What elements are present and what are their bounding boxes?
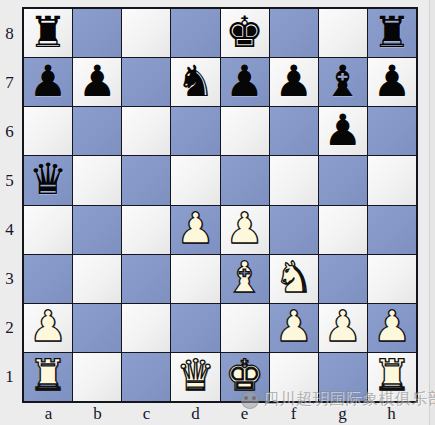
square-f6[interactable] [270,107,318,155]
white-knight-f3[interactable]: ♞ [274,256,313,299]
white-rook-h1[interactable]: ♜ [373,354,412,397]
square-b7[interactable]: ♟ [73,58,121,106]
square-h8[interactable]: ♜ [368,9,416,57]
square-e2[interactable] [221,304,269,352]
square-b3[interactable] [73,255,121,303]
black-rook-h8[interactable]: ♜ [373,11,412,54]
square-a7[interactable]: ♟ [24,58,72,106]
square-g3[interactable] [319,255,367,303]
square-f5[interactable] [270,156,318,204]
square-b8[interactable] [73,9,121,57]
black-pawn-f7[interactable]: ♟ [274,60,313,103]
square-g4[interactable] [319,206,367,254]
black-rook-a8[interactable]: ♜ [29,11,68,54]
rank-label-5: 5 [0,156,19,205]
white-pawn-f2[interactable]: ♟ [274,305,313,348]
square-e7[interactable]: ♟ [221,58,269,106]
square-f2[interactable]: ♟ [270,304,318,352]
square-h7[interactable]: ♟ [368,58,416,106]
square-h3[interactable] [368,255,416,303]
square-d2[interactable] [171,304,219,352]
square-a6[interactable] [24,107,72,155]
square-d3[interactable] [171,255,219,303]
square-e1[interactable]: ♚ [221,353,269,401]
white-queen-d1[interactable]: ♛ [176,354,215,397]
square-b6[interactable] [73,107,121,155]
square-b4[interactable] [73,206,121,254]
square-h6[interactable] [368,107,416,155]
square-d6[interactable] [171,107,219,155]
square-c4[interactable] [122,206,170,254]
black-pawn-h7[interactable]: ♟ [373,60,412,103]
square-a2[interactable]: ♟ [24,304,72,352]
square-a5[interactable]: ♛ [24,156,72,204]
rank-label-7: 7 [0,58,19,107]
chess-diagram: ♜♚♜♟♟♞♟♟♝♟♟♛♟♟♝♞♟♟♟♟♜♛♚♜ 87654321 abcdef… [0,0,435,425]
black-knight-d7[interactable]: ♞ [176,60,215,103]
square-g8[interactable] [319,9,367,57]
square-c1[interactable] [122,353,170,401]
square-f1[interactable] [270,353,318,401]
square-e6[interactable] [221,107,269,155]
file-label-e: e [220,404,269,423]
white-rook-a1[interactable]: ♜ [29,354,68,397]
square-c5[interactable] [122,156,170,204]
square-d8[interactable] [171,9,219,57]
square-a3[interactable] [24,255,72,303]
black-king-e8[interactable]: ♚ [225,11,264,54]
black-pawn-a7[interactable]: ♟ [29,60,68,103]
square-e5[interactable] [221,156,269,204]
white-pawn-g2[interactable]: ♟ [324,305,363,348]
square-d4[interactable]: ♟ [171,206,219,254]
white-pawn-a2[interactable]: ♟ [29,305,68,348]
square-h2[interactable]: ♟ [368,304,416,352]
file-label-h: h [367,404,416,423]
window-edge [429,0,435,425]
rank-label-3: 3 [0,254,19,303]
square-c8[interactable] [122,9,170,57]
square-f4[interactable] [270,206,318,254]
file-label-g: g [318,404,367,423]
square-f7[interactable]: ♟ [270,58,318,106]
square-a8[interactable]: ♜ [24,9,72,57]
file-label-a: a [24,404,73,423]
square-f3[interactable]: ♞ [270,255,318,303]
square-b2[interactable] [73,304,121,352]
square-d5[interactable] [171,156,219,204]
black-pawn-g6[interactable]: ♟ [324,109,363,152]
rank-label-8: 8 [0,9,19,58]
square-h5[interactable] [368,156,416,204]
black-queen-a5[interactable]: ♛ [29,158,68,201]
rank-label-1: 1 [0,352,19,401]
black-bishop-g7[interactable]: ♝ [324,60,363,103]
square-d7[interactable]: ♞ [171,58,219,106]
square-d1[interactable]: ♛ [171,353,219,401]
file-label-b: b [73,404,122,423]
square-g1[interactable] [319,353,367,401]
square-f8[interactable] [270,9,318,57]
black-pawn-b7[interactable]: ♟ [78,60,117,103]
white-pawn-d4[interactable]: ♟ [176,207,215,250]
square-a1[interactable]: ♜ [24,353,72,401]
square-a4[interactable] [24,206,72,254]
file-label-d: d [171,404,220,423]
square-g5[interactable] [319,156,367,204]
white-pawn-h2[interactable]: ♟ [373,305,412,348]
square-h4[interactable] [368,206,416,254]
square-c3[interactable] [122,255,170,303]
square-g2[interactable]: ♟ [319,304,367,352]
square-h1[interactable]: ♜ [368,353,416,401]
square-e4[interactable]: ♟ [221,206,269,254]
rank-label-4: 4 [0,205,19,254]
white-bishop-e3[interactable]: ♝ [225,256,264,299]
square-e8[interactable]: ♚ [221,9,269,57]
square-c7[interactable] [122,58,170,106]
chess-board[interactable]: ♜♚♜♟♟♞♟♟♝♟♟♛♟♟♝♞♟♟♟♟♜♛♚♜ [22,7,418,403]
black-pawn-e7[interactable]: ♟ [225,60,264,103]
rank-label-6: 6 [0,107,19,156]
square-b1[interactable] [73,353,121,401]
square-g6[interactable]: ♟ [319,107,367,155]
file-label-f: f [269,404,318,423]
square-b5[interactable] [73,156,121,204]
square-e3[interactable]: ♝ [221,255,269,303]
square-c2[interactable] [122,304,170,352]
rank-label-2: 2 [0,303,19,352]
square-g7[interactable]: ♝ [319,58,367,106]
white-pawn-e4[interactable]: ♟ [225,207,264,250]
file-label-c: c [122,404,171,423]
white-king-e1[interactable]: ♚ [225,354,264,397]
square-c6[interactable] [122,107,170,155]
